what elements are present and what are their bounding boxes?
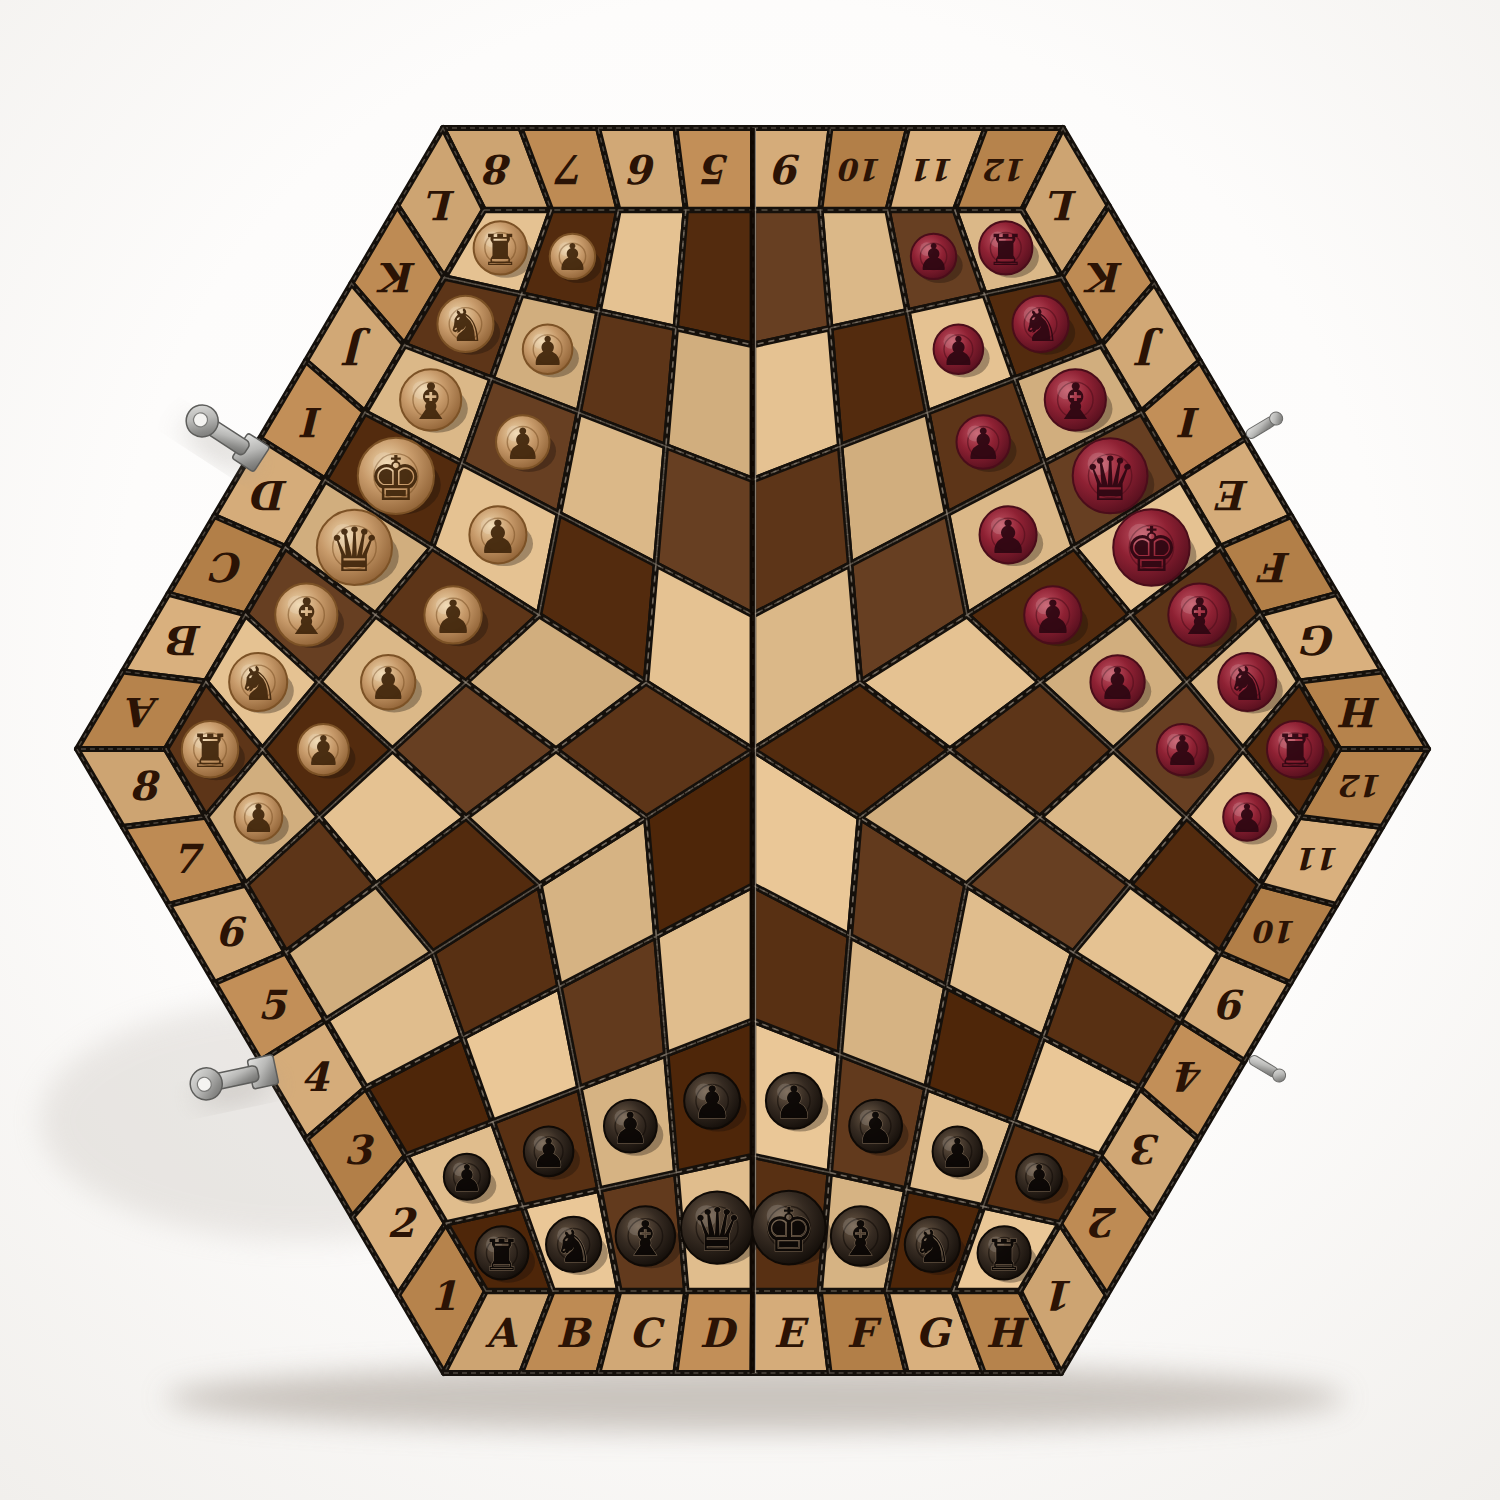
- svg-text:♞: ♞: [445, 299, 485, 352]
- edge-label-lower-right-10: 10: [1252, 914, 1297, 949]
- svg-text:♟: ♟: [450, 1157, 483, 1200]
- svg-text:♞: ♞: [553, 1220, 593, 1273]
- edge-label-top-6: 6: [626, 146, 658, 193]
- svg-text:♝: ♝: [408, 373, 453, 431]
- edge-label-bottom-C: C: [629, 1309, 665, 1356]
- hinge-pin-upper-right: [1244, 410, 1285, 442]
- edge-label-upper-left-L: L: [426, 182, 456, 229]
- svg-text:♝: ♝: [624, 1210, 667, 1266]
- edge-label-upper-right-G: G: [1300, 617, 1337, 664]
- edge-label-lower-left-4: 4: [301, 1053, 330, 1100]
- svg-text:♜: ♜: [986, 225, 1025, 275]
- svg-text:♝: ♝: [1053, 373, 1098, 431]
- edge-label-top-8: 8: [482, 146, 514, 193]
- edge-label-lower-left-1: 1: [430, 1272, 458, 1319]
- edge-label-upper-right-H: H: [1337, 689, 1381, 736]
- svg-text:♟: ♟: [774, 1076, 814, 1129]
- svg-text:♟: ♟: [432, 590, 473, 644]
- edge-label-lower-left-7: 7: [172, 835, 204, 882]
- svg-text:♛: ♛: [1083, 443, 1138, 514]
- svg-text:♞: ♞: [237, 656, 279, 711]
- svg-text:♟: ♟: [368, 658, 407, 709]
- svg-text:♟: ♟: [503, 419, 542, 469]
- svg-text:♟: ♟: [940, 328, 976, 374]
- edge-label-lower-right-4: 4: [1175, 1053, 1204, 1100]
- svg-text:♟: ♟: [1164, 727, 1201, 775]
- svg-text:♟: ♟: [987, 510, 1028, 564]
- edge-label-lower-left-3: 3: [344, 1126, 375, 1173]
- svg-text:♞: ♞: [912, 1220, 952, 1273]
- edge-label-bottom-A: A: [484, 1309, 518, 1356]
- svg-text:♟: ♟: [305, 727, 342, 775]
- edge-label-lower-left-8: 8: [129, 762, 161, 809]
- svg-text:♜: ♜: [481, 225, 520, 275]
- three-player-chess-board: 87659101112LKJIDCBA87654321ABCDEFGH12349…: [0, 0, 1500, 1500]
- svg-text:♟: ♟: [1032, 590, 1073, 644]
- edge-label-bottom-G: G: [916, 1309, 953, 1356]
- svg-text:♟: ♟: [611, 1103, 650, 1153]
- svg-text:♞: ♞: [1226, 656, 1268, 711]
- edge-label-lower-right-12: 12: [1339, 768, 1383, 803]
- hinge-pin-lower-right: [1247, 1052, 1288, 1084]
- svg-text:♚: ♚: [1124, 513, 1180, 586]
- cell-L9[interactable]: [753, 210, 830, 345]
- edge-label-lower-right-3: 3: [1131, 1126, 1162, 1173]
- clasp-latch-top-left: [177, 399, 271, 478]
- svg-text:♞: ♞: [1020, 299, 1060, 352]
- product-photo: three-player chess (hexagonal board, thr…: [0, 0, 1500, 1500]
- edge-label-top-10: 10: [838, 152, 883, 187]
- svg-text:♚: ♚: [368, 442, 424, 515]
- svg-text:♟: ♟: [1023, 1157, 1056, 1200]
- svg-text:♜: ♜: [1275, 724, 1316, 778]
- edge-label-lower-left-6: 6: [215, 908, 247, 955]
- svg-text:♚: ♚: [762, 1195, 816, 1265]
- svg-text:♟: ♟: [964, 419, 1003, 469]
- edge-label-upper-left-B: B: [166, 617, 203, 664]
- edge-label-upper-right-L: L: [1048, 182, 1078, 229]
- svg-text:♟: ♟: [241, 796, 276, 841]
- svg-text:♟: ♟: [531, 1130, 567, 1176]
- edge-label-bottom-H: H: [986, 1309, 1030, 1356]
- svg-text:♝: ♝: [1177, 588, 1222, 646]
- edge-label-top-11: 11: [913, 152, 955, 187]
- edge-label-lower-right-9: 9: [1216, 981, 1247, 1028]
- edge-label-lower-right-11: 11: [1298, 841, 1340, 876]
- svg-text:♜: ♜: [189, 724, 230, 778]
- edge-label-lower-right-2: 2: [1088, 1199, 1119, 1246]
- svg-text:♟: ♟: [1098, 658, 1137, 709]
- edge-label-top-7: 7: [554, 146, 586, 193]
- edge-label-bottom-B: B: [556, 1309, 593, 1356]
- svg-text:♛: ♛: [691, 1195, 744, 1264]
- svg-text:♛: ♛: [327, 514, 382, 585]
- svg-text:♟: ♟: [477, 510, 518, 564]
- svg-text:♜: ♜: [985, 1230, 1024, 1280]
- edge-label-upper-left-A: A: [125, 689, 159, 736]
- svg-text:♟: ♟: [692, 1076, 732, 1129]
- edge-label-upper-left-D: D: [249, 472, 288, 519]
- edge-label-top-12: 12: [983, 152, 1027, 187]
- edge-label-lower-right-1: 1: [1048, 1272, 1076, 1319]
- edge-label-lower-left-2: 2: [387, 1199, 418, 1246]
- edge-label-upper-left-C: C: [208, 544, 244, 591]
- edge-label-lower-left-5: 5: [258, 981, 288, 1028]
- edge-label-top-5: 5: [701, 146, 731, 193]
- cell-L5[interactable]: [676, 210, 753, 345]
- svg-text:♝: ♝: [284, 588, 329, 646]
- svg-text:♟: ♟: [856, 1103, 895, 1153]
- edge-label-bottom-D: D: [699, 1309, 738, 1356]
- edge-label-top-9: 9: [772, 146, 803, 193]
- svg-text:♝: ♝: [839, 1210, 882, 1266]
- svg-text:♟: ♟: [1230, 796, 1265, 841]
- svg-text:♟: ♟: [530, 328, 566, 374]
- svg-text:♟: ♟: [939, 1130, 975, 1176]
- svg-text:♜: ♜: [483, 1230, 522, 1280]
- svg-text:♟: ♟: [917, 236, 950, 279]
- svg-text:♟: ♟: [556, 236, 589, 279]
